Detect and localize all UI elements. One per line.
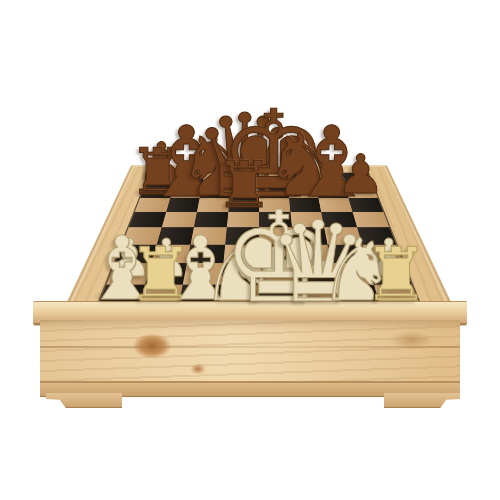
product-photo-scene: ♟♜♝♞♛♜♚♞♝♟♝♜♝♞♚♛♞♜♟♟♟♟♟ — [0, 0, 500, 500]
pieces-layer: ♟♜♝♞♛♜♚♞♝♟♝♜♝♞♚♛♞♜♟♟♟♟♟ — [0, 0, 500, 500]
chess-piece-black-pawn-h7: ♟ — [336, 148, 384, 202]
chess-piece-white-rook-h1: ♜ — [363, 237, 429, 311]
